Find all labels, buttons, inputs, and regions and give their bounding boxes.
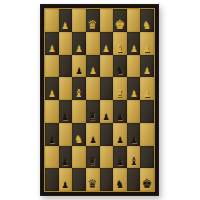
- black-bishop-g2[interactable]: ♝: [129, 156, 138, 167]
- black-pawn-e4[interactable]: ♟: [103, 113, 110, 122]
- square-f5[interactable]: ♜: [113, 77, 127, 100]
- square-a2[interactable]: [45, 146, 59, 169]
- square-e1[interactable]: [100, 168, 114, 191]
- square-g4[interactable]: [127, 100, 141, 123]
- gold-pawn-g5[interactable]: ♟: [130, 90, 137, 99]
- square-d2[interactable]: ♜: [86, 146, 100, 169]
- square-d4[interactable]: ♜: [86, 100, 100, 123]
- square-d6[interactable]: ♟: [86, 55, 100, 78]
- square-e3[interactable]: [100, 123, 114, 146]
- square-d8[interactable]: ♛: [86, 9, 100, 32]
- gold-pawn-c7[interactable]: ♟: [76, 45, 83, 54]
- black-king-h1[interactable]: ♚: [142, 177, 152, 190]
- square-f2[interactable]: ♟: [113, 146, 127, 169]
- square-a5[interactable]: ♟: [45, 77, 59, 100]
- gold-pawn-a5[interactable]: ♟: [48, 90, 55, 99]
- square-e2[interactable]: [100, 146, 114, 169]
- gold-pawn-a7[interactable]: ♟: [48, 45, 55, 54]
- black-rook-d4[interactable]: ♜: [89, 112, 97, 122]
- square-e4[interactable]: ♟: [100, 100, 114, 123]
- square-g6[interactable]: [127, 55, 141, 78]
- chess-board: ♟♛♚♞♟♟♟♝♟♟♟♟♞♟♟♝♜♟♟♟♜♟♟♟♞♟♟♟♟♜♟♝♟♛♞♚: [45, 9, 154, 191]
- gold-bishop-f7[interactable]: ♝: [116, 43, 125, 54]
- square-c5[interactable]: ♝: [72, 77, 86, 100]
- square-a4[interactable]: [45, 100, 59, 123]
- square-e5[interactable]: [100, 77, 114, 100]
- gold-pawn-g7[interactable]: ♟: [130, 45, 137, 54]
- black-pawn-f2[interactable]: ♟: [116, 158, 123, 167]
- white-wall: { "game": "chess", "scene": { "descripti…: [0, 0, 200, 200]
- square-h1[interactable]: ♚: [140, 168, 154, 191]
- gold-pawn-e7[interactable]: ♟: [103, 45, 110, 54]
- black-queen-d1[interactable]: ♛: [88, 178, 97, 190]
- square-b2[interactable]: ♟: [59, 146, 73, 169]
- square-h5[interactable]: ♟: [140, 77, 154, 100]
- square-d1[interactable]: ♛: [86, 168, 100, 191]
- gold-pawn-h6[interactable]: ♟: [144, 67, 151, 76]
- black-knight-f6[interactable]: ♞: [116, 65, 125, 76]
- square-b8[interactable]: ♟: [59, 9, 73, 32]
- square-b3[interactable]: [59, 123, 73, 146]
- square-c8[interactable]: [72, 9, 86, 32]
- square-h2[interactable]: [140, 146, 154, 169]
- square-g2[interactable]: ♝: [127, 146, 141, 169]
- black-pawn-f4[interactable]: ♟: [116, 113, 123, 122]
- square-c4[interactable]: [72, 100, 86, 123]
- gold-knight-h8[interactable]: ♞: [143, 20, 152, 31]
- square-g8[interactable]: [127, 9, 141, 32]
- square-f6[interactable]: ♞: [113, 55, 127, 78]
- square-g5[interactable]: ♟: [127, 77, 141, 100]
- square-f7[interactable]: ♝: [113, 32, 127, 55]
- framed-wall-chess-set: ♟♛♚♞♟♟♟♝♟♟♟♟♞♟♟♝♜♟♟♟♜♟♟♟♞♟♟♟♟♜♟♝♟♛♞♚: [40, 4, 159, 196]
- square-h3[interactable]: [140, 123, 154, 146]
- square-d5[interactable]: [86, 77, 100, 100]
- square-g7[interactable]: ♟: [127, 32, 141, 55]
- gold-pawn-b8[interactable]: ♟: [62, 22, 69, 31]
- black-pawn-c6[interactable]: ♟: [76, 67, 83, 76]
- square-b5[interactable]: [59, 77, 73, 100]
- black-pawn-f3[interactable]: ♟: [116, 136, 123, 145]
- square-d7[interactable]: [86, 32, 100, 55]
- gold-frame-fillet: ♟♛♚♞♟♟♟♝♟♟♟♟♞♟♟♝♜♟♟♟♜♟♟♟♞♟♟♟♟♜♟♝♟♛♞♚: [44, 8, 155, 192]
- square-b4[interactable]: ♟: [59, 100, 73, 123]
- square-f4[interactable]: ♟: [113, 100, 127, 123]
- gold-queen-d8[interactable]: ♛: [88, 19, 97, 31]
- square-b6[interactable]: [59, 55, 73, 78]
- gold-pawn-d6[interactable]: ♟: [89, 67, 96, 76]
- square-c2[interactable]: [72, 146, 86, 169]
- square-e6[interactable]: [100, 55, 114, 78]
- square-c6[interactable]: ♟: [72, 55, 86, 78]
- square-c7[interactable]: ♟: [72, 32, 86, 55]
- square-h7[interactable]: ♟: [140, 32, 154, 55]
- gold-pawn-h7[interactable]: ♟: [144, 45, 151, 54]
- square-c3[interactable]: ♞: [72, 123, 86, 146]
- black-pawn-b2[interactable]: ♟: [62, 158, 69, 167]
- gold-pawn-h5[interactable]: ♟: [144, 90, 151, 99]
- square-g3[interactable]: ♟: [127, 123, 141, 146]
- square-b7[interactable]: [59, 32, 73, 55]
- square-a6[interactable]: [45, 55, 59, 78]
- gold-rook-f5[interactable]: ♜: [116, 89, 124, 99]
- black-pawn-b4[interactable]: ♟: [62, 113, 69, 122]
- square-c1[interactable]: [72, 168, 86, 191]
- black-pawn-a3[interactable]: ♟: [48, 136, 55, 145]
- square-f3[interactable]: ♟: [113, 123, 127, 146]
- square-a1[interactable]: [45, 168, 59, 191]
- square-a7[interactable]: ♟: [45, 32, 59, 55]
- black-pawn-d3[interactable]: ♟: [89, 136, 96, 145]
- black-pawn-g3[interactable]: ♟: [130, 136, 137, 145]
- gold-king-f8[interactable]: ♚: [115, 18, 125, 31]
- gold-knight-c3[interactable]: ♞: [75, 134, 84, 145]
- black-rook-d2[interactable]: ♜: [89, 157, 97, 167]
- square-a3[interactable]: ♟: [45, 123, 59, 146]
- square-e8[interactable]: [100, 9, 114, 32]
- square-h6[interactable]: ♟: [140, 55, 154, 78]
- gold-bishop-c5[interactable]: ♝: [75, 88, 84, 99]
- square-d3[interactable]: ♟: [86, 123, 100, 146]
- square-a8[interactable]: [45, 9, 59, 32]
- square-g1[interactable]: [127, 168, 141, 191]
- square-e7[interactable]: ♟: [100, 32, 114, 55]
- black-pawn-b1[interactable]: ♟: [62, 181, 69, 190]
- square-h8[interactable]: ♞: [140, 9, 154, 32]
- black-knight-f1[interactable]: ♞: [116, 179, 125, 190]
- square-f1[interactable]: ♞: [113, 168, 127, 191]
- square-h4[interactable]: [140, 100, 154, 123]
- square-b1[interactable]: ♟: [59, 168, 73, 191]
- square-f8[interactable]: ♚: [113, 9, 127, 32]
